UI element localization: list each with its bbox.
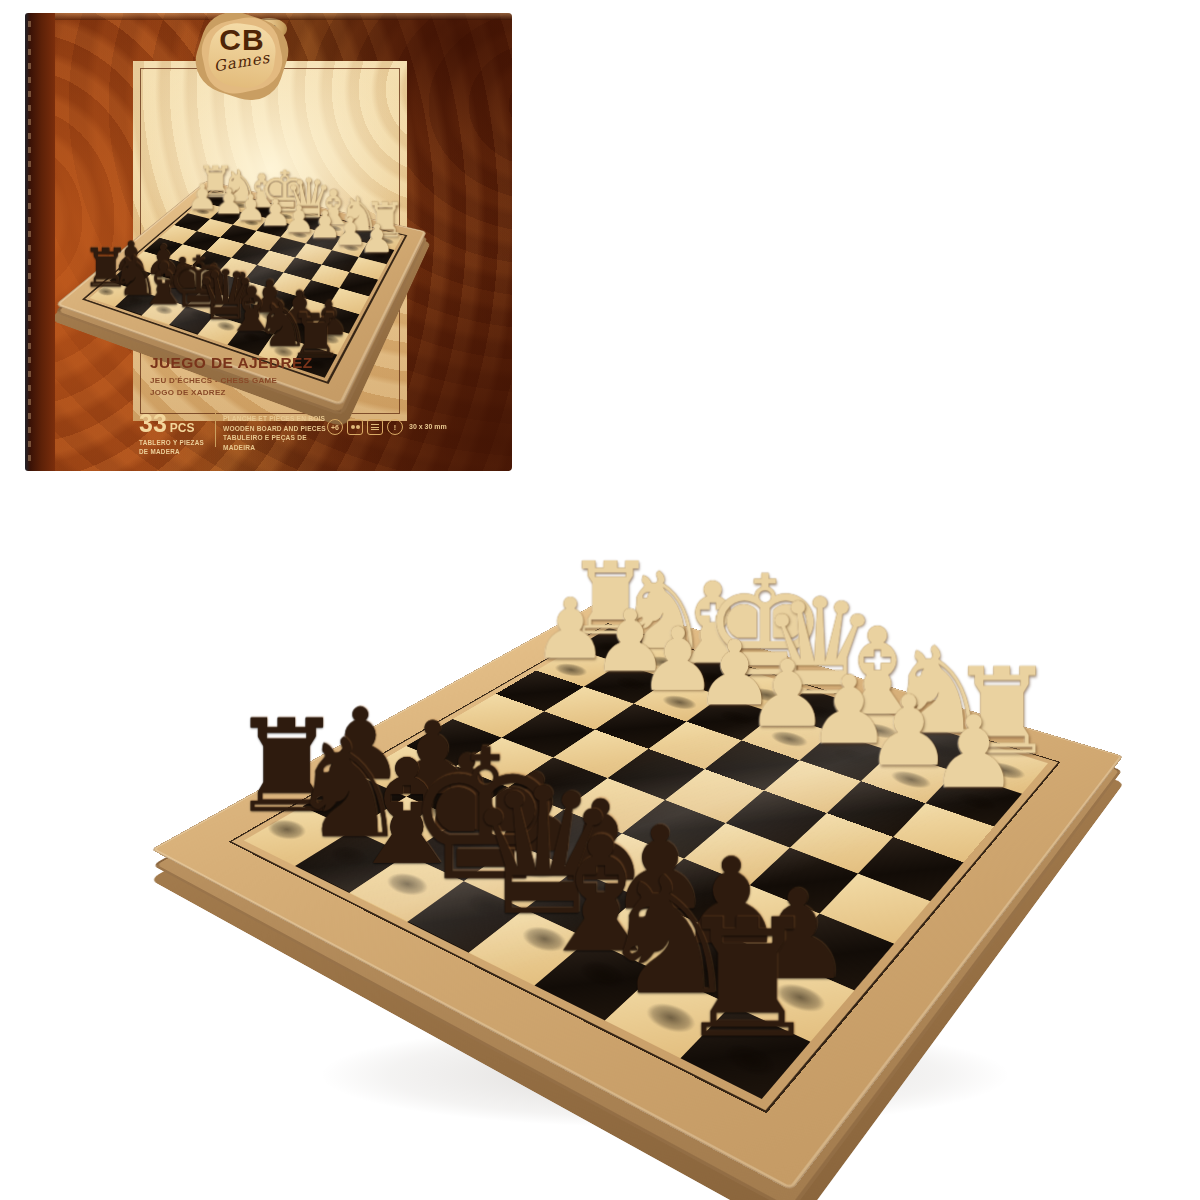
piece-size-label: 30 x 30 mm [409,423,447,430]
product-subtitle-fr-en: JEU D'ÉCHECS - CHESS GAME [150,375,313,387]
product-box: CB ♜♞♝♚♛♝♞♜♟♟♟♟♟♟♟♟♟♟♟♟♟♟♟♟♜♞♝♚♛♝♞♜ CB G… [25,13,512,471]
divider-line [215,413,216,447]
cb-games-logo: CB Games [196,13,288,99]
white-pawn-glyph: ♟ [299,218,455,257]
product-subtitle-pt: JOGO DE XADREZ [150,387,313,399]
black-rook-glyph: ♜ [642,897,852,1060]
material-es-line2: DE MADERA [139,447,211,456]
age-6-plus-icon: +6 [327,419,343,435]
pieces-unit: PCS [170,421,195,435]
box-front: CB ♜♞♝♚♛♝♞♜♟♟♟♟♟♟♟♟♟♟♟♟♟♟♟♟♜♞♝♚♛♝♞♜ CB G… [55,13,512,471]
box-info-row: 33 PCS TABLERO Y PIEZAS DE MADERA PLANCH… [139,411,502,463]
pieces-count-block: 33 PCS TABLERO Y PIEZAS DE MADERA [139,411,211,457]
product-title: JUEGO DE AJEDREZ [150,354,313,372]
material-es-line1: TABLERO Y PIEZAS [139,438,211,447]
instructions-icon [367,419,383,435]
square-a8: ♜ [680,1005,810,1099]
white-pawn-glyph: ♟ [894,703,1054,803]
safety-icons: +6 ! [327,419,403,435]
pieces-count: 33 [139,411,167,436]
box-spine [25,13,55,471]
choking-hazard-icon: ! [387,419,403,435]
players-icon [347,419,363,435]
material-fr: PLANCHE ET PIÈCES EN BOIS [223,414,327,424]
box-titles: JUEGO DE AJEDREZ JEU D'ÉCHECS - CHESS GA… [150,354,313,398]
material-en: WOODEN BOARD AND PIECES [223,424,327,434]
material-languages: PLANCHE ET PIÈCES EN BOIS WOODEN BOARD A… [223,414,327,452]
product-photo-canvas: CB ♜♞♝♚♛♝♞♜♟♟♟♟♟♟♟♟♟♟♟♟♟♟♟♟♜♞♝♚♛♝♞♜ CB G… [0,0,1200,1200]
material-pt: TABULEIRO E PEÇAS DE MADEIRA [223,433,327,452]
